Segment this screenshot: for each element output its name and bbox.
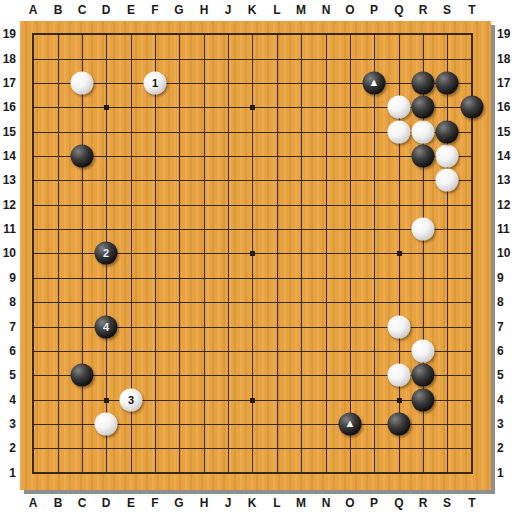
right-coordinate-label: 1 [497, 466, 515, 480]
top-coordinate-label: E [127, 3, 135, 17]
stone-white-S13[interactable] [436, 169, 459, 192]
bottom-coordinate-label: D [102, 496, 111, 510]
bottom-coordinate-label: K [248, 496, 257, 510]
stone-black-C5[interactable] [71, 364, 94, 387]
left-coordinate-label: 15 [0, 125, 16, 139]
top-coordinate-label: F [151, 3, 158, 17]
left-coordinate-label: 6 [0, 344, 16, 358]
bottom-coordinate-label: E [127, 496, 135, 510]
top-coordinate-label: J [225, 3, 232, 17]
right-coordinate-label: 4 [497, 393, 515, 407]
star-point-D16 [104, 105, 109, 110]
stone-white-Q15[interactable] [388, 121, 411, 144]
bottom-coordinate-label: B [54, 496, 63, 510]
left-coordinate-label: 10 [0, 246, 16, 260]
stone-black-C14[interactable] [71, 145, 94, 168]
bottom-coordinate-label: H [200, 496, 209, 510]
bottom-coordinate-label: L [273, 496, 280, 510]
stone-black-R5[interactable] [412, 364, 435, 387]
stone-black-T16[interactable] [461, 96, 484, 119]
left-coordinate-label: 13 [0, 173, 16, 187]
bottom-coordinate-label: R [419, 496, 428, 510]
go-board[interactable]: 13▲24▲ [20, 21, 491, 490]
stone-black-Q3[interactable] [388, 413, 411, 436]
stone-black-D7[interactable]: 4 [95, 316, 118, 339]
right-coordinate-label: 3 [497, 417, 515, 431]
left-coordinate-label: 11 [0, 222, 16, 236]
stone-white-Q16[interactable] [388, 96, 411, 119]
stone-black-D10[interactable]: 2 [95, 242, 118, 265]
top-coordinate-label: Q [394, 3, 403, 17]
bottom-coordinate-label: J [225, 496, 232, 510]
move-number-label: 1 [152, 78, 158, 89]
left-coordinate-label: 16 [0, 100, 16, 114]
right-coordinate-label: 19 [497, 27, 515, 41]
bottom-coordinate-label: N [322, 496, 331, 510]
bottom-coordinate-label: T [468, 496, 475, 510]
left-coordinate-label: 5 [0, 368, 16, 382]
right-coordinate-label: 16 [497, 100, 515, 114]
top-coordinate-label: C [78, 3, 87, 17]
left-coordinate-label: 19 [0, 27, 16, 41]
bottom-coordinate-label: A [29, 496, 38, 510]
grid-line-vertical [350, 34, 351, 473]
grid-line-vertical [301, 34, 302, 473]
stone-white-R11[interactable] [412, 218, 435, 241]
right-coordinate-label: 2 [497, 441, 515, 455]
grid-line-vertical [374, 34, 375, 473]
stone-black-R17[interactable] [412, 72, 435, 95]
left-coordinate-label: 17 [0, 76, 16, 90]
stone-black-S15[interactable] [436, 121, 459, 144]
right-coordinate-label: 12 [497, 198, 515, 212]
top-coordinate-label: R [419, 3, 428, 17]
star-point-Q10 [397, 251, 402, 256]
stone-white-S14[interactable] [436, 145, 459, 168]
left-coordinate-label: 14 [0, 149, 16, 163]
stone-white-Q7[interactable] [388, 316, 411, 339]
grid-line-vertical [447, 34, 448, 473]
right-coordinate-label: 9 [497, 271, 515, 285]
right-coordinate-label: 14 [497, 149, 515, 163]
top-coordinate-label: K [248, 3, 257, 17]
right-coordinate-label: 11 [497, 222, 515, 236]
stone-black-P17[interactable]: ▲ [363, 72, 386, 95]
triangle-mark-icon: ▲ [369, 77, 380, 88]
grid-line-horizontal [33, 448, 472, 449]
top-coordinate-label: A [29, 3, 38, 17]
left-coordinate-label: 7 [0, 320, 16, 334]
go-board-diagram: 13▲24▲ AABBCCDDEEFFGGHHJJKKLLMMNNOOPPQQR… [0, 0, 516, 513]
right-coordinate-label: 5 [497, 368, 515, 382]
move-number-label: 3 [128, 395, 134, 406]
top-coordinate-label: B [54, 3, 63, 17]
star-point-K4 [250, 398, 255, 403]
stone-white-C17[interactable] [71, 72, 94, 95]
left-coordinate-label: 8 [0, 295, 16, 309]
star-point-K16 [250, 105, 255, 110]
stone-white-R15[interactable] [412, 121, 435, 144]
grid-line-vertical [277, 34, 278, 473]
stone-black-R16[interactable] [412, 96, 435, 119]
stone-white-R6[interactable] [412, 340, 435, 363]
right-coordinate-label: 7 [497, 320, 515, 334]
bottom-coordinate-label: C [78, 496, 87, 510]
stone-white-E4[interactable]: 3 [120, 389, 143, 412]
grid-line-horizontal [33, 302, 472, 303]
stone-black-R14[interactable] [412, 145, 435, 168]
stone-white-Q5[interactable] [388, 364, 411, 387]
right-coordinate-label: 15 [497, 125, 515, 139]
star-point-Q4 [397, 398, 402, 403]
left-coordinate-label: 12 [0, 198, 16, 212]
top-coordinate-label: P [370, 3, 378, 17]
star-point-D4 [104, 398, 109, 403]
bottom-coordinate-label: O [345, 496, 354, 510]
bottom-coordinate-label: P [370, 496, 378, 510]
move-number-label: 2 [103, 248, 109, 259]
right-coordinate-label: 17 [497, 76, 515, 90]
top-coordinate-label: T [468, 3, 475, 17]
bottom-coordinate-label: S [443, 496, 451, 510]
grid-line-horizontal [33, 351, 472, 352]
top-coordinate-label: N [322, 3, 331, 17]
stone-white-D3[interactable] [95, 413, 118, 436]
right-coordinate-label: 18 [497, 52, 515, 66]
top-coordinate-label: H [200, 3, 209, 17]
star-point-K10 [250, 251, 255, 256]
grid-line-vertical [326, 34, 327, 473]
triangle-mark-icon: ▲ [345, 418, 356, 429]
top-coordinate-label: D [102, 3, 111, 17]
top-coordinate-label: O [345, 3, 354, 17]
left-coordinate-label: 2 [0, 441, 16, 455]
bottom-coordinate-label: Q [394, 496, 403, 510]
top-coordinate-label: G [174, 3, 183, 17]
left-coordinate-label: 1 [0, 466, 16, 480]
stone-black-O3[interactable]: ▲ [339, 413, 362, 436]
left-coordinate-label: 3 [0, 417, 16, 431]
left-coordinate-label: 4 [0, 393, 16, 407]
stone-white-F17[interactable]: 1 [144, 72, 167, 95]
bottom-coordinate-label: F [151, 496, 158, 510]
top-coordinate-label: L [273, 3, 280, 17]
right-coordinate-label: 13 [497, 173, 515, 187]
right-coordinate-label: 10 [497, 246, 515, 260]
bottom-coordinate-label: M [296, 496, 306, 510]
left-coordinate-label: 9 [0, 271, 16, 285]
stone-black-S17[interactable] [436, 72, 459, 95]
grid-line-horizontal [33, 278, 472, 279]
right-coordinate-label: 6 [497, 344, 515, 358]
top-coordinate-label: M [296, 3, 306, 17]
right-coordinate-label: 8 [497, 295, 515, 309]
stone-black-R4[interactable] [412, 389, 435, 412]
bottom-coordinate-label: G [174, 496, 183, 510]
left-coordinate-label: 18 [0, 52, 16, 66]
top-coordinate-label: S [443, 3, 451, 17]
move-number-label: 4 [103, 322, 109, 333]
